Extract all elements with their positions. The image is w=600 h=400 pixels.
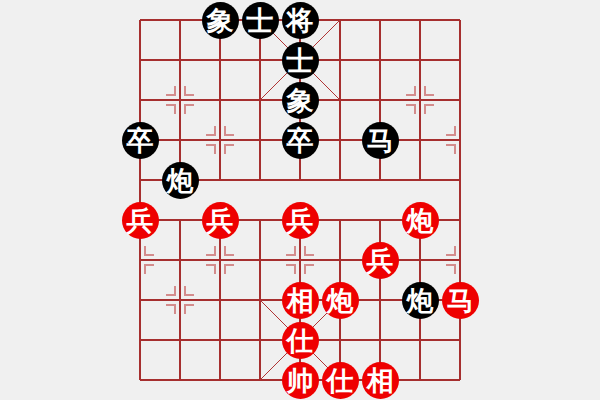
xiangqi-board: 象士将士象卒卒马炮炮兵兵兵炮兵相炮马仕帅仕相 <box>0 0 600 400</box>
piece-black-general[interactable]: 将 <box>282 2 319 39</box>
piece-black-advisor[interactable]: 士 <box>282 42 319 79</box>
piece-red-cannon[interactable]: 炮 <box>402 202 439 239</box>
piece-black-soldier[interactable]: 卒 <box>282 122 319 159</box>
piece-red-cannon[interactable]: 炮 <box>322 282 359 319</box>
piece-black-cannon[interactable]: 炮 <box>162 162 199 199</box>
piece-red-elephant[interactable]: 相 <box>282 282 319 319</box>
piece-black-advisor[interactable]: 士 <box>242 2 279 39</box>
piece-red-soldier[interactable]: 兵 <box>122 202 159 239</box>
piece-red-soldier[interactable]: 兵 <box>202 202 239 239</box>
piece-red-general[interactable]: 帅 <box>282 362 319 399</box>
piece-black-soldier[interactable]: 卒 <box>122 122 159 159</box>
piece-black-elephant[interactable]: 象 <box>202 2 239 39</box>
piece-red-advisor[interactable]: 仕 <box>322 362 359 399</box>
piece-black-elephant[interactable]: 象 <box>282 82 319 119</box>
piece-black-horse[interactable]: 马 <box>362 122 399 159</box>
piece-black-cannon[interactable]: 炮 <box>402 282 439 319</box>
piece-red-soldier[interactable]: 兵 <box>362 242 399 279</box>
piece-red-advisor[interactable]: 仕 <box>282 322 319 359</box>
piece-red-soldier[interactable]: 兵 <box>282 202 319 239</box>
piece-layer: 象士将士象卒卒马炮炮兵兵兵炮兵相炮马仕帅仕相 <box>120 0 480 400</box>
piece-red-elephant[interactable]: 相 <box>362 362 399 399</box>
piece-red-horse[interactable]: 马 <box>442 282 479 319</box>
